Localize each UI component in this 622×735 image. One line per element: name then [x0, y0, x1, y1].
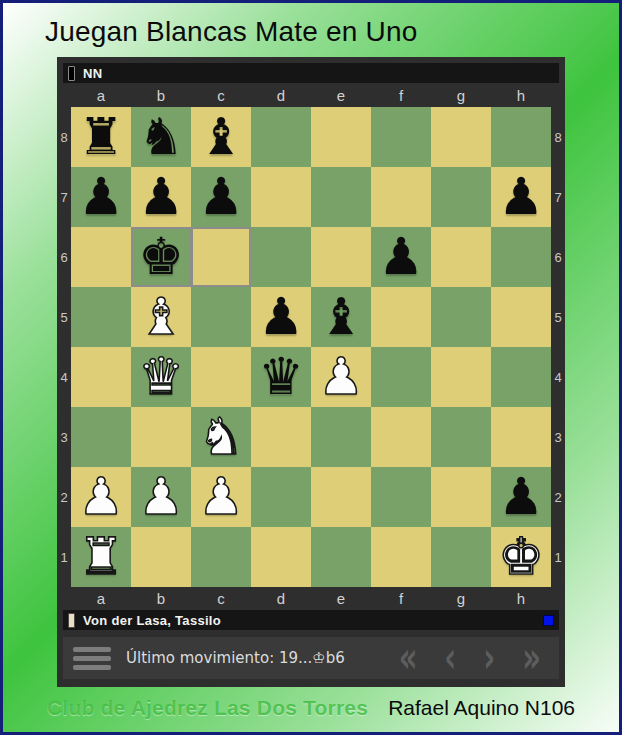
- file-label-f: f: [371, 590, 431, 607]
- square-e1[interactable]: [311, 527, 371, 587]
- square-h6[interactable]: [491, 227, 551, 287]
- last-move-text: Último movimiento: 19...♔b6: [126, 649, 345, 667]
- file-label-e: e: [311, 590, 371, 607]
- rank-label-7-left: 7: [57, 167, 71, 227]
- piece-black-bishop: ♝: [198, 107, 244, 167]
- credit-text: Rafael Aquino N106: [388, 696, 575, 720]
- file-label-e: e: [311, 87, 371, 104]
- piece-black-pawn: ♟: [498, 467, 544, 527]
- square-g7[interactable]: [431, 167, 491, 227]
- square-c8[interactable]: ♝: [191, 107, 251, 167]
- page-title: Juegan Blancas Mate en Uno: [3, 3, 619, 57]
- prev-move-button[interactable]: ‹: [444, 628, 456, 689]
- next-move-button[interactable]: ›: [483, 628, 495, 689]
- rank-label-3-right: 3: [551, 407, 565, 467]
- piece-white-pawn: ♟: [78, 467, 124, 527]
- square-c1[interactable]: [191, 527, 251, 587]
- square-b5[interactable]: ♝: [131, 287, 191, 347]
- square-d7[interactable]: [251, 167, 311, 227]
- square-d5[interactable]: ♟: [251, 287, 311, 347]
- square-e5[interactable]: ♝: [311, 287, 371, 347]
- white-color-indicator: [68, 613, 75, 628]
- piece-black-pawn: ♟: [78, 167, 124, 227]
- square-b3[interactable]: [131, 407, 191, 467]
- square-e3[interactable]: [311, 407, 371, 467]
- rank-label-1-left: 1: [57, 527, 71, 587]
- turn-marker: [543, 615, 554, 626]
- square-d8[interactable]: [251, 107, 311, 167]
- file-label-b: b: [131, 87, 191, 104]
- rank-label-6-left: 6: [57, 227, 71, 287]
- square-g2[interactable]: [431, 467, 491, 527]
- square-c7[interactable]: ♟: [191, 167, 251, 227]
- file-label-c: c: [191, 590, 251, 607]
- file-label-h: h: [491, 590, 551, 607]
- piece-white-pawn: ♟: [318, 347, 364, 407]
- square-e4[interactable]: ♟: [311, 347, 371, 407]
- controls-bar: Último movimiento: 19...♔b6 « ‹ › »: [63, 637, 559, 679]
- file-label-d: d: [251, 87, 311, 104]
- square-e6[interactable]: [311, 227, 371, 287]
- square-f8[interactable]: [371, 107, 431, 167]
- board-panel: NN abcdefgh 8♜♞♝87♟♟♟♟76♚♟65♝♟♝54♛♛♟43♞3…: [57, 57, 565, 687]
- rank-label-8-right: 8: [551, 107, 565, 167]
- square-a8[interactable]: ♜: [71, 107, 131, 167]
- first-move-button[interactable]: «: [399, 628, 418, 689]
- rank-label-2-right: 2: [551, 467, 565, 527]
- file-label-a: a: [71, 87, 131, 104]
- chess-board: 8♜♞♝87♟♟♟♟76♚♟65♝♟♝54♛♛♟43♞32♟♟♟♟21♜♚1: [57, 107, 565, 587]
- square-b6[interactable]: ♚: [131, 227, 191, 287]
- square-f4[interactable]: [371, 347, 431, 407]
- file-label-g: g: [431, 87, 491, 104]
- square-e7[interactable]: [311, 167, 371, 227]
- square-g1[interactable]: [431, 527, 491, 587]
- square-b7[interactable]: ♟: [131, 167, 191, 227]
- rank-label-4-left: 4: [57, 347, 71, 407]
- square-f7[interactable]: [371, 167, 431, 227]
- square-d2[interactable]: [251, 467, 311, 527]
- file-label-c: c: [191, 87, 251, 104]
- square-h7[interactable]: ♟: [491, 167, 551, 227]
- square-b8[interactable]: ♞: [131, 107, 191, 167]
- square-a3[interactable]: [71, 407, 131, 467]
- piece-white-knight: ♞: [198, 407, 244, 467]
- rank-label-1-right: 1: [551, 527, 565, 587]
- rank-label-5-left: 5: [57, 287, 71, 347]
- rank-label-2-left: 2: [57, 467, 71, 527]
- piece-black-queen: ♛: [258, 347, 304, 407]
- file-label-a: a: [71, 590, 131, 607]
- square-b4[interactable]: ♛: [131, 347, 191, 407]
- piece-white-king: ♚: [498, 527, 544, 587]
- square-c5[interactable]: [191, 287, 251, 347]
- square-c6[interactable]: [191, 227, 251, 287]
- piece-white-bishop: ♝: [138, 287, 184, 347]
- square-a5[interactable]: [71, 287, 131, 347]
- footer: Club de Ajedrez Las Dos Torres Rafael Aq…: [3, 687, 619, 720]
- rank-label-5-right: 5: [551, 287, 565, 347]
- square-f5[interactable]: [371, 287, 431, 347]
- piece-black-knight: ♞: [138, 107, 184, 167]
- menu-icon[interactable]: [63, 647, 126, 670]
- square-a2[interactable]: ♟: [71, 467, 131, 527]
- square-g8[interactable]: [431, 107, 491, 167]
- square-g3[interactable]: [431, 407, 491, 467]
- piece-black-pawn: ♟: [138, 167, 184, 227]
- piece-white-pawn: ♟: [198, 467, 244, 527]
- file-label-g: g: [431, 590, 491, 607]
- square-d4[interactable]: ♛: [251, 347, 311, 407]
- square-h3[interactable]: [491, 407, 551, 467]
- piece-black-king: ♚: [138, 227, 184, 287]
- bottom-player-name: Von der Lasa, Tassilo: [83, 613, 221, 628]
- piece-white-pawn: ♟: [138, 467, 184, 527]
- rank-label-7-right: 7: [551, 167, 565, 227]
- square-e2[interactable]: [311, 467, 371, 527]
- square-b2[interactable]: ♟: [131, 467, 191, 527]
- file-label-f: f: [371, 87, 431, 104]
- square-h2[interactable]: ♟: [491, 467, 551, 527]
- square-f1[interactable]: [371, 527, 431, 587]
- square-c2[interactable]: ♟: [191, 467, 251, 527]
- file-label-b: b: [131, 590, 191, 607]
- rank-label-3-left: 3: [57, 407, 71, 467]
- top-player-name: NN: [83, 66, 102, 81]
- square-f3[interactable]: [371, 407, 431, 467]
- black-color-indicator: [68, 66, 75, 81]
- square-g5[interactable]: [431, 287, 491, 347]
- square-g4[interactable]: [431, 347, 491, 407]
- page: Juegan Blancas Mate en Uno NN abcdefgh 8…: [0, 0, 622, 735]
- square-h8[interactable]: [491, 107, 551, 167]
- square-g6[interactable]: [431, 227, 491, 287]
- rank-label-4-right: 4: [551, 347, 565, 407]
- file-label-h: h: [491, 87, 551, 104]
- square-f2[interactable]: [371, 467, 431, 527]
- piece-white-rook: ♜: [78, 527, 124, 587]
- square-a4[interactable]: [71, 347, 131, 407]
- rank-label-8-left: 8: [57, 107, 71, 167]
- square-a6[interactable]: [71, 227, 131, 287]
- square-e8[interactable]: [311, 107, 371, 167]
- piece-white-queen: ♛: [138, 347, 184, 407]
- piece-black-pawn: ♟: [378, 227, 424, 287]
- square-d3[interactable]: [251, 407, 311, 467]
- top-player-bar: NN: [63, 63, 559, 83]
- square-d1[interactable]: [251, 527, 311, 587]
- square-h5[interactable]: [491, 287, 551, 347]
- piece-black-pawn: ♟: [258, 287, 304, 347]
- file-label-d: d: [251, 590, 311, 607]
- square-a7[interactable]: ♟: [71, 167, 131, 227]
- rank-label-6-right: 6: [551, 227, 565, 287]
- square-b1[interactable]: [131, 527, 191, 587]
- piece-black-pawn: ♟: [198, 167, 244, 227]
- square-h1[interactable]: ♚: [491, 527, 551, 587]
- square-f6[interactable]: ♟: [371, 227, 431, 287]
- piece-black-pawn: ♟: [498, 167, 544, 227]
- file-labels-bottom: abcdefgh: [57, 587, 565, 609]
- piece-black-bishop: ♝: [318, 287, 364, 347]
- square-d6[interactable]: [251, 227, 311, 287]
- last-move-button[interactable]: »: [522, 628, 541, 689]
- square-a1[interactable]: ♜: [71, 527, 131, 587]
- piece-black-rook: ♜: [78, 107, 124, 167]
- move-navigation: « ‹ › »: [399, 637, 559, 679]
- square-c4[interactable]: [191, 347, 251, 407]
- club-watermark: Club de Ajedrez Las Dos Torres: [47, 696, 368, 720]
- square-h4[interactable]: [491, 347, 551, 407]
- square-c3[interactable]: ♞: [191, 407, 251, 467]
